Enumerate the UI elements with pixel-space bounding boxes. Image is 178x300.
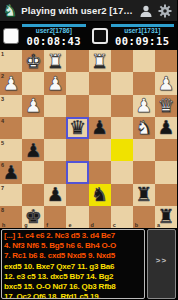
piece-black-rook: ♜ [133,184,155,206]
square-f3[interactable] [44,95,66,117]
piece-white-pawn: ♟ [44,72,66,94]
file-label-h: h [2,222,5,228]
square-d8[interactable]: d [89,206,111,228]
square-a5[interactable] [155,139,177,161]
square-d2[interactable] [89,72,111,94]
square-d1[interactable]: ♜ [89,50,111,72]
file-label-f: f [46,222,48,228]
file-label-d: d [91,222,94,228]
opponent-person-icon[interactable] [138,3,153,18]
player-white-info: user2[1786] 00:08:43 [22,24,86,50]
square-g3[interactable]: ♟ [22,95,44,117]
app-knight-logo-icon: ♞ [3,2,17,20]
square-c2[interactable] [111,72,133,94]
chess-board: 1♚♜♜2♟♟♟3♟♟♛4♛♟♞♟5♟6♟7♟♞♜8hg♚fedcba♜ [0,50,177,228]
show-more-moves-button[interactable]: >> [147,229,176,299]
square-g8[interactable]: g♚ [22,206,44,228]
move-line-5: 12. e3 c5 13. dxc5 Bb7 14. Bg2 [4,272,142,282]
piece-white-knight: ♞ [133,117,155,139]
square-c4[interactable] [111,117,133,139]
square-f4[interactable] [44,117,66,139]
square-e2[interactable] [66,72,88,94]
rank-label-3: 3 [1,96,4,102]
move-line-6: bxc5 15. O-O Nd7 16. Qb3 Rfb8 [4,282,142,292]
players-bar: user2[1786] 00:08:43 user1[1731] 00:09:1… [0,22,177,50]
square-d6[interactable] [89,161,111,183]
file-label-b: b [135,222,138,228]
piece-white-rook: ♜ [89,50,111,72]
black-player-clock: 00:09:15 [115,35,170,48]
file-label-g: g [24,222,27,228]
white-player-name: user2[1786] [36,27,72,35]
square-b5[interactable] [133,139,155,161]
move-area: [...] 1. c4 e6 2. Nc3 d5 3. d4 Be74. Nf3… [0,228,177,300]
square-g7[interactable] [22,184,44,206]
piece-white-king: ♚ [22,50,44,72]
square-f6[interactable] [44,161,66,183]
player-white-panel: user2[1786] 00:08:43 [0,22,89,50]
square-g2[interactable] [22,72,44,94]
move-line-3: 7. Rc1 b6 8. cxd5 Nxd5 9. Nxd5 [4,251,142,261]
square-b1[interactable] [133,50,155,72]
piece-black-pawn: ♟ [22,139,44,161]
piece-white-rook: ♜ [44,50,66,72]
piece-black-pawn: ♟ [44,184,66,206]
move-line-4: exd5 10. Bxe7 Qxe7 11. g3 Ba6 [4,262,142,272]
square-h7[interactable]: 7 [0,184,22,206]
move-line-7: 17. Qc2 Qf6 18. Rfd1 c5 19. [4,292,142,299]
square-d3[interactable] [89,95,111,117]
piece-black-pawn: ♟ [89,117,111,139]
square-a1[interactable] [155,50,177,72]
square-b6[interactable] [133,161,155,183]
square-h5[interactable]: 5 [0,139,22,161]
square-d4[interactable]: ♟ [89,117,111,139]
title-bar: ♞ Playing with user2 [17… [0,0,177,22]
player-black-panel: user1[1731] 00:09:15 [89,22,178,50]
square-f1[interactable]: ♜ [44,50,66,72]
piece-white-pawn: ♟ [22,95,44,117]
rank-label-6: 6 [1,162,4,168]
square-a3[interactable]: ♛ [155,95,177,117]
square-g5[interactable]: ♟ [22,139,44,161]
square-e1[interactable] [66,50,88,72]
rank-label-7: 7 [1,185,4,191]
black-side-chip [92,28,108,44]
square-e8[interactable]: e [66,206,88,228]
rank-label-5: 5 [1,140,4,146]
piece-white-pawn: ♟ [155,72,177,94]
square-f2[interactable]: ♟ [44,72,66,94]
move-list[interactable]: [...] 1. c4 e6 2. Nc3 d5 3. d4 Be74. Nf3… [1,229,145,299]
square-h8[interactable]: 8h [0,206,22,228]
square-c6[interactable] [111,161,133,183]
file-label-a: a [157,222,160,228]
file-label-e: e [68,222,71,228]
square-b3[interactable]: ♟ [133,95,155,117]
square-b2[interactable] [133,72,155,94]
white-side-chip [3,28,19,44]
square-a8[interactable]: a♜ [155,206,177,228]
square-d5[interactable] [89,139,111,161]
square-a6[interactable] [155,161,177,183]
square-g6[interactable] [22,161,44,183]
rank-label-2: 2 [1,73,4,79]
black-player-name: user1[1731] [124,27,160,35]
file-label-c: c [113,222,116,228]
square-c5[interactable] [111,139,133,161]
piece-black-pawn: ♟ [155,117,177,139]
square-e6[interactable] [66,161,88,183]
player-black-info: user1[1731] 00:09:15 [111,24,175,50]
square-d7[interactable]: ♞ [89,184,111,206]
rank-label-8: 8 [1,207,4,213]
square-h6[interactable]: 6♟ [0,161,22,183]
rank-label-1: 1 [1,51,4,57]
piece-white-queen: ♛ [155,95,177,117]
square-b7[interactable]: ♜ [133,184,155,206]
square-e4[interactable]: ♛ [66,117,88,139]
move-line-1: [...] 1. c4 e6 2. Nc3 d5 3. d4 Be7 [4,231,142,241]
square-a4[interactable]: ♟ [155,117,177,139]
square-f8[interactable]: f [44,206,66,228]
square-b8[interactable]: b [133,206,155,228]
move-line-2: 4. Nf3 Nf6 5. Bg5 h6 6. Bh4 O-O [4,241,142,251]
square-f7[interactable]: ♟ [44,184,66,206]
square-h4[interactable]: 4 [0,117,22,139]
square-c3[interactable] [111,95,133,117]
white-player-clock: 00:08:43 [26,35,81,48]
square-e7[interactable] [66,184,88,206]
square-e3[interactable] [66,95,88,117]
square-e5[interactable] [66,139,88,161]
piece-black-knight: ♞ [89,184,111,206]
rank-label-4: 4 [1,118,4,124]
piece-white-pawn: ♟ [133,95,155,117]
square-g4[interactable] [22,117,44,139]
square-a2[interactable]: ♟ [155,72,177,94]
square-h1[interactable]: 1 [0,50,22,72]
square-c1[interactable] [111,50,133,72]
square-g1[interactable]: ♚ [22,50,44,72]
square-c7[interactable] [111,184,133,206]
square-f5[interactable] [44,139,66,161]
square-a7[interactable] [155,184,177,206]
square-h2[interactable]: 2♟ [0,72,22,94]
piece-black-queen: ♛ [66,117,88,139]
square-b4[interactable]: ♞ [133,117,155,139]
square-c8[interactable]: c [111,206,133,228]
window-title: Playing with user2 [17… [21,5,134,16]
settings-gear-icon[interactable] [157,3,172,18]
square-h3[interactable]: 3 [0,95,22,117]
